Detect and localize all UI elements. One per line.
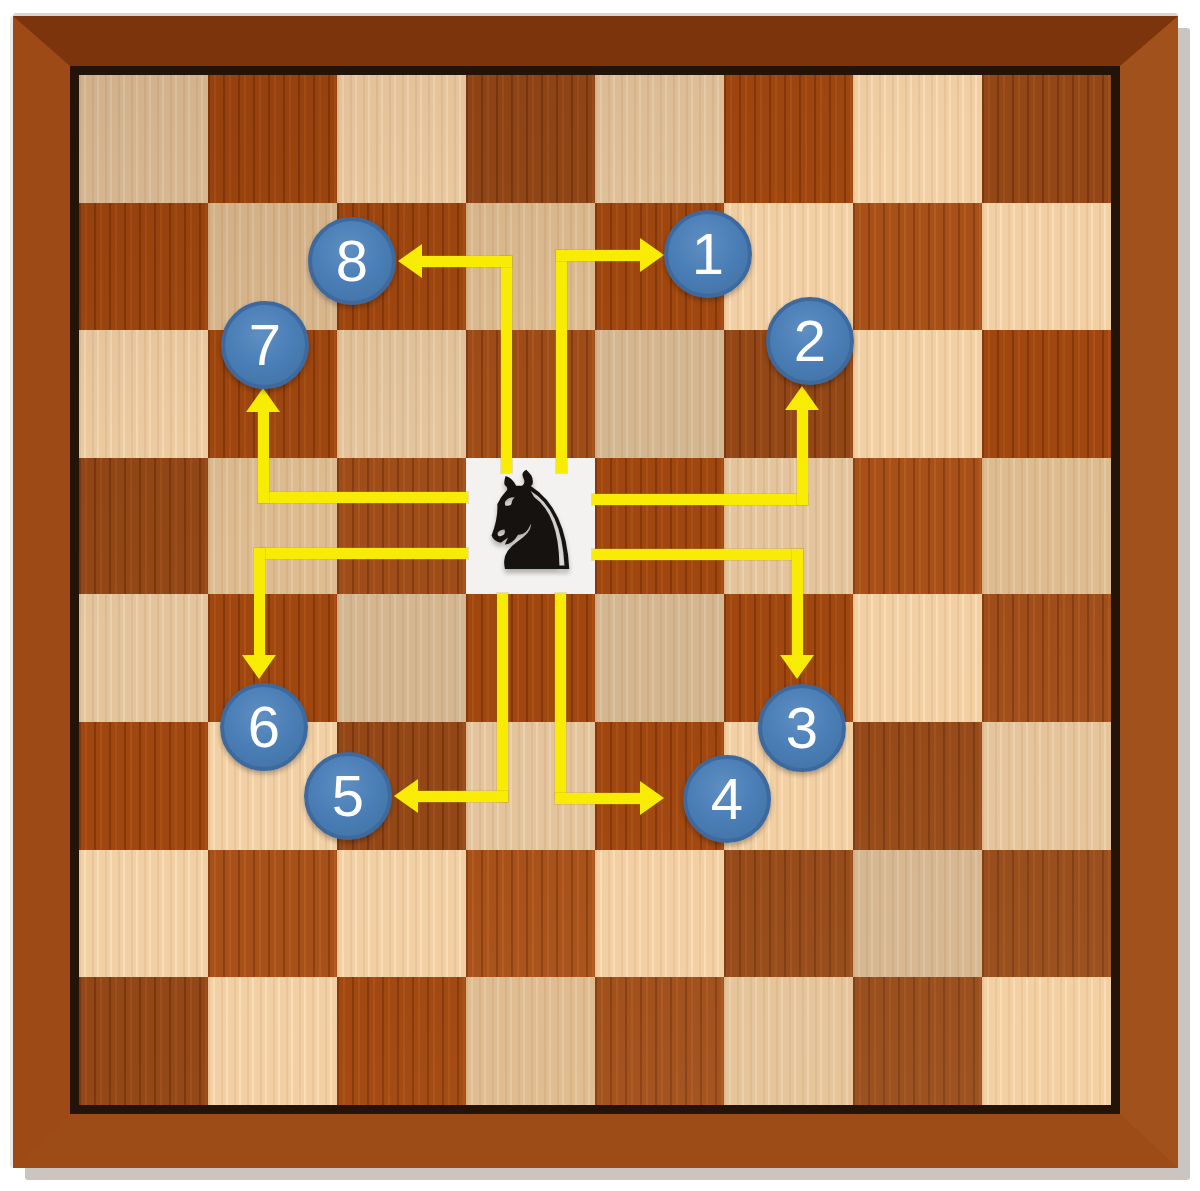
board: ♞ (79, 75, 1111, 1105)
square-e4[interactable] (595, 594, 724, 722)
square-d4[interactable] (466, 594, 595, 722)
square-a1[interactable] (79, 977, 208, 1105)
move-marker-6[interactable]: 6 (220, 683, 308, 771)
move-marker-2[interactable]: 2 (766, 297, 854, 385)
board-inner-border: ♞ (70, 66, 1120, 1114)
square-c1[interactable] (337, 977, 466, 1105)
square-h7[interactable] (982, 203, 1111, 331)
square-d5[interactable]: ♞ (466, 458, 595, 594)
square-f2[interactable] (724, 850, 853, 978)
square-e1[interactable] (595, 977, 724, 1105)
square-e8[interactable] (595, 75, 724, 203)
square-a4[interactable] (79, 594, 208, 722)
square-c2[interactable] (337, 850, 466, 978)
square-g5[interactable] (853, 458, 982, 594)
square-d6[interactable] (466, 330, 595, 458)
square-f1[interactable] (724, 977, 853, 1105)
square-d1[interactable] (466, 977, 595, 1105)
square-a5[interactable] (79, 458, 208, 594)
square-h4[interactable] (982, 594, 1111, 722)
square-h2[interactable] (982, 850, 1111, 978)
square-a2[interactable] (79, 850, 208, 978)
square-a6[interactable] (79, 330, 208, 458)
move-marker-7[interactable]: 7 (221, 301, 309, 389)
square-d3[interactable] (466, 722, 595, 850)
square-g6[interactable] (853, 330, 982, 458)
square-f8[interactable] (724, 75, 853, 203)
move-marker-3[interactable]: 3 (758, 684, 846, 772)
square-g2[interactable] (853, 850, 982, 978)
knight-moves-diagram: ♞ (0, 0, 1200, 1191)
square-e5[interactable] (595, 458, 724, 594)
square-g3[interactable] (853, 722, 982, 850)
square-h3[interactable] (982, 722, 1111, 850)
square-d8[interactable] (466, 75, 595, 203)
square-b5[interactable] (208, 458, 337, 594)
square-b1[interactable] (208, 977, 337, 1105)
square-e2[interactable] (595, 850, 724, 978)
move-marker-1[interactable]: 1 (664, 210, 752, 298)
square-h6[interactable] (982, 330, 1111, 458)
move-marker-4[interactable]: 4 (683, 755, 771, 843)
square-c8[interactable] (337, 75, 466, 203)
square-c6[interactable] (337, 330, 466, 458)
square-g4[interactable] (853, 594, 982, 722)
square-c4[interactable] (337, 594, 466, 722)
square-g1[interactable] (853, 977, 982, 1105)
move-marker-8[interactable]: 8 (308, 217, 396, 305)
square-h8[interactable] (982, 75, 1111, 203)
square-h1[interactable] (982, 977, 1111, 1105)
square-a8[interactable] (79, 75, 208, 203)
square-b8[interactable] (208, 75, 337, 203)
square-d2[interactable] (466, 850, 595, 978)
black-knight[interactable]: ♞ (470, 454, 592, 590)
board-frame: ♞ (13, 16, 1178, 1168)
square-e6[interactable] (595, 330, 724, 458)
square-h5[interactable] (982, 458, 1111, 594)
square-a3[interactable] (79, 722, 208, 850)
square-b2[interactable] (208, 850, 337, 978)
square-d7[interactable] (466, 203, 595, 331)
square-f5[interactable] (724, 458, 853, 594)
move-marker-5[interactable]: 5 (304, 752, 392, 840)
square-g7[interactable] (853, 203, 982, 331)
board-photo: ♞ (13, 16, 1178, 1168)
square-c5[interactable] (337, 458, 466, 594)
square-a7[interactable] (79, 203, 208, 331)
square-g8[interactable] (853, 75, 982, 203)
